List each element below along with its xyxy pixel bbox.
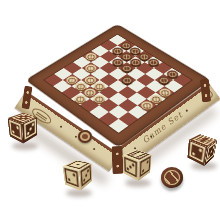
dark-die-left: ⚄⚁⚂: [16, 115, 31, 139]
light-die-center: ⚅⚂⚁: [130, 152, 146, 176]
panel-hole: [75, 135, 78, 138]
die-face-right-2: ⚁: [138, 155, 152, 181]
light-die-front: ⚀⚁⚂: [70, 163, 87, 185]
loose-checker: [161, 167, 183, 188]
panel-hole: [60, 125, 63, 128]
corner-post-right: [200, 79, 211, 103]
die-face-right-3: ⚂: [79, 163, 92, 190]
dark-die-right: ⚅⚁⚂: [193, 137, 213, 161]
panel-hole: [93, 148, 96, 151]
product-photo-scene: Game Set ⚄⚁⚂ ⚀⚁⚂ ⚅⚂⚁ ⚅⚁⚂: [0, 0, 220, 220]
box-latch-knob: [78, 130, 92, 143]
